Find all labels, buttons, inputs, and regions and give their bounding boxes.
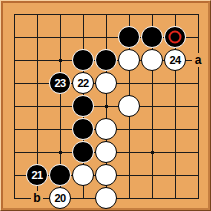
point-label-b: b	[31, 191, 43, 205]
black-stone	[118, 26, 140, 48]
go-board-frame: 2423222120ab	[0, 0, 211, 211]
black-stone	[72, 118, 94, 140]
star-point	[59, 151, 62, 154]
white-stone	[118, 95, 140, 117]
star-point	[59, 59, 62, 62]
go-board: 2423222120ab	[3, 3, 208, 208]
go-board-wood-bevel: 2423222120ab	[1, 1, 210, 210]
black-stone	[49, 164, 71, 186]
white-stone	[95, 164, 117, 186]
white-stone	[95, 187, 117, 209]
white-stone	[95, 141, 117, 163]
white-stone-move-20: 20	[49, 187, 71, 209]
point-label-a: a	[192, 53, 204, 67]
black-stone-marked	[164, 26, 186, 48]
black-stone	[95, 49, 117, 71]
star-point	[105, 105, 108, 108]
black-stone	[72, 141, 94, 163]
star-point	[151, 151, 154, 154]
white-stone-move-22: 22	[72, 72, 94, 94]
grid-line-vertical	[198, 14, 199, 199]
white-stone	[72, 164, 94, 186]
black-stone	[72, 49, 94, 71]
black-stone	[141, 26, 163, 48]
red-circle-mark	[169, 31, 182, 44]
black-stone	[72, 95, 94, 117]
white-stone	[141, 49, 163, 71]
white-stone	[95, 118, 117, 140]
white-stone	[118, 49, 140, 71]
white-stone-move-24: 24	[164, 49, 186, 71]
black-stone-move-21: 21	[26, 164, 48, 186]
black-stone-move-23: 23	[49, 72, 71, 94]
white-stone	[95, 72, 117, 94]
